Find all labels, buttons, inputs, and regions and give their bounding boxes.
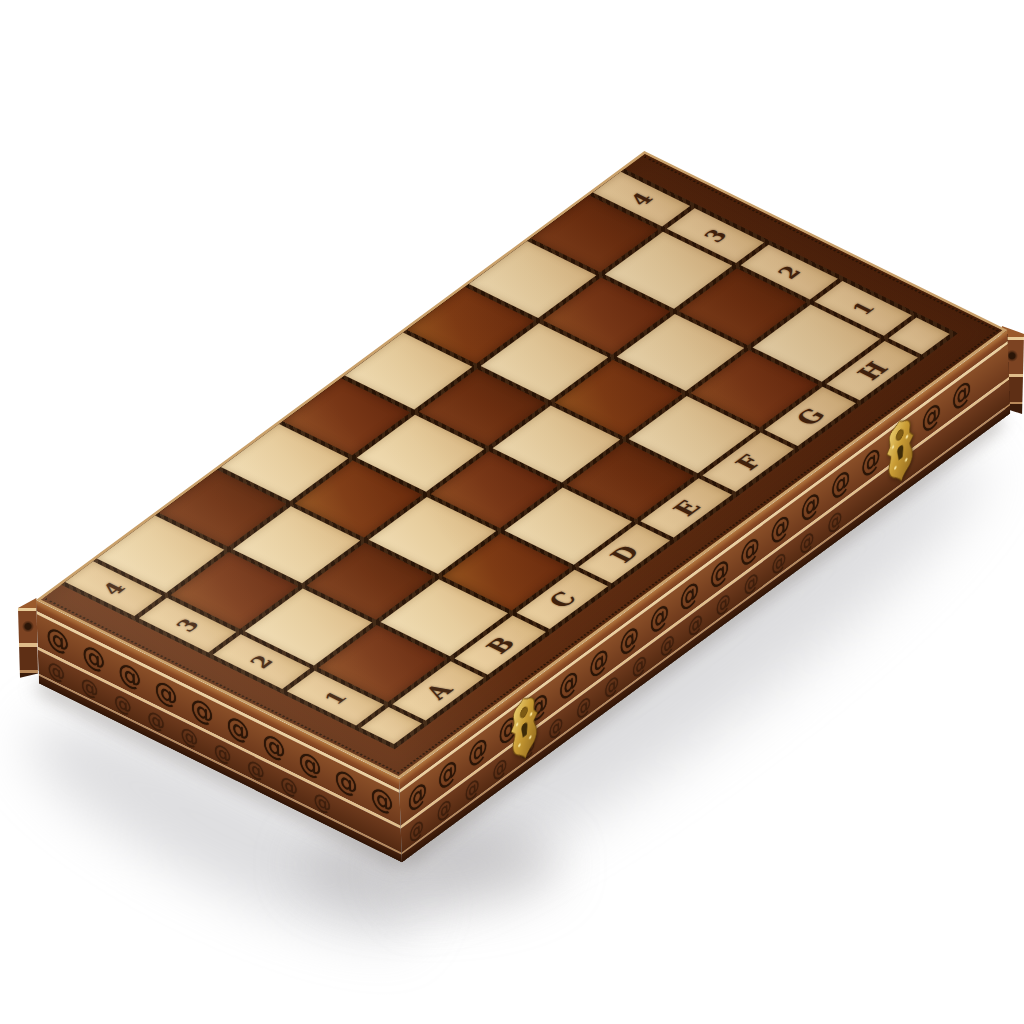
box-side-hinge-sliver — [18, 598, 38, 682]
product-photo: @@@@@@@@@@ @@@@@@@@@ @@@@@@@@@@@@@@@@@@@… — [0, 0, 1024, 1024]
board-grid: 44332211ABCDEFGH — [61, 169, 958, 749]
